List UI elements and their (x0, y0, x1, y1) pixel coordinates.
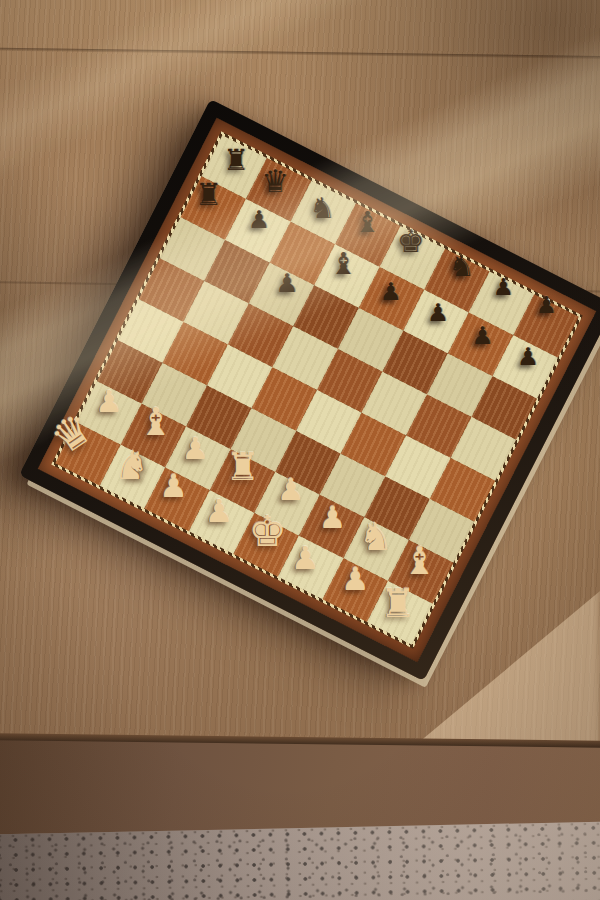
terrazzo-floor (0, 822, 600, 900)
piece-white-pawn-a2[interactable]: ♟ (95, 387, 122, 417)
piece-white-knight-b1[interactable]: ♞ (114, 446, 149, 486)
piece-black-rook-a8[interactable]: ♜ (223, 146, 249, 175)
piece-black-king-e8[interactable]: ♚ (397, 226, 425, 257)
piece-black-knight-c8[interactable]: ♞ (309, 194, 335, 223)
piece-white-pawn-d1[interactable]: ♟ (205, 496, 233, 528)
piece-black-rook-a7[interactable]: ♜ (195, 180, 222, 211)
piece-white-knight-g2[interactable]: ♞ (359, 518, 393, 556)
piece-black-pawn-g7[interactable]: ♟ (472, 324, 494, 348)
piece-white-pawn-e2[interactable]: ♟ (277, 475, 304, 505)
piece-white-pawn-c2[interactable]: ♟ (182, 434, 209, 464)
piece-white-pawn-c1[interactable]: ♟ (159, 471, 187, 503)
piece-black-pawn-h7[interactable]: ♟ (517, 345, 539, 369)
piece-white-pawn-g1[interactable]: ♟ (341, 564, 369, 596)
floor-shading (0, 822, 600, 900)
piece-black-bishop-d7[interactable]: ♝ (330, 249, 357, 280)
piece-white-bishop-h2[interactable]: ♝ (402, 542, 436, 580)
piece-white-rook-h1[interactable]: ♜ (380, 584, 415, 624)
piece-black-queen-b8[interactable]: ♛ (261, 166, 289, 197)
piece-black-pawn-b7[interactable]: ♟ (248, 208, 270, 232)
piece-black-knight-f8[interactable]: ♞ (448, 252, 474, 281)
scene: ♜♛♞♝♚♞♟♟♜♟♝♟♟♟♟♟♟♝♟♜♟♟♞♝♛♞♟♟♚♟♟♜ (0, 0, 600, 900)
piece-black-bishop-d8[interactable]: ♝ (354, 208, 380, 237)
piece-black-pawn-h8[interactable]: ♟ (536, 293, 557, 316)
piece-white-pawn-f1[interactable]: ♟ (291, 543, 319, 575)
piece-black-pawn-g8[interactable]: ♟ (493, 275, 514, 298)
piece-white-bishop-b2[interactable]: ♝ (139, 403, 173, 441)
piece-white-pawn-f2[interactable]: ♟ (319, 503, 346, 533)
piece-black-pawn-e7[interactable]: ♟ (380, 280, 402, 304)
piece-white-king-e1[interactable]: ♚ (249, 511, 287, 553)
piece-white-rook-d2[interactable]: ♜ (226, 448, 260, 486)
piece-black-pawn-c6[interactable]: ♟ (275, 271, 298, 297)
piece-black-pawn-f7[interactable]: ♟ (427, 301, 449, 325)
